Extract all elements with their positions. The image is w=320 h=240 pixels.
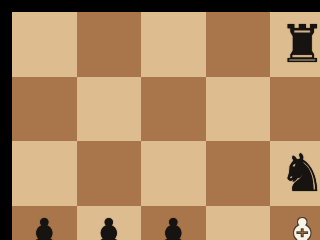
square-a6[interactable] xyxy=(12,141,77,206)
square-e7[interactable] xyxy=(270,77,320,142)
square-c7[interactable] xyxy=(141,77,206,142)
square-d8[interactable] xyxy=(206,12,271,77)
square-e5[interactable]: ♝ xyxy=(270,206,320,240)
black-pawn-c5[interactable]: ♟ xyxy=(150,212,197,240)
square-d5[interactable] xyxy=(206,206,271,240)
white-bishop-e5[interactable]: ♝ xyxy=(279,212,320,240)
square-a5[interactable]: ♟ xyxy=(12,206,77,240)
square-e8[interactable]: ♜ xyxy=(270,12,320,77)
square-d6[interactable] xyxy=(206,141,271,206)
app-window: ♜♚♜♟♞♟♟♟♝♟♟♟♝♟♟♜♜♚ BestGoodBookInaccurac… xyxy=(0,0,320,240)
square-c8[interactable] xyxy=(141,12,206,77)
square-c6[interactable] xyxy=(141,141,206,206)
square-b5[interactable]: ♟ xyxy=(77,206,142,240)
square-e6[interactable]: ♞ xyxy=(270,141,320,206)
black-rook-e8[interactable]: ♜ xyxy=(279,18,320,70)
black-pawn-b5[interactable]: ♟ xyxy=(85,212,132,240)
chess-board[interactable]: ♜♚♜♟♞♟♟♟♝♟♟♟♝♟♟♜♜♚ xyxy=(12,12,320,240)
square-c5[interactable]: ♟ xyxy=(141,206,206,240)
black-pawn-a5[interactable]: ♟ xyxy=(21,212,68,240)
square-b8[interactable] xyxy=(77,12,142,77)
black-knight-e6[interactable]: ♞ xyxy=(279,147,320,199)
square-a7[interactable] xyxy=(12,77,77,142)
square-b6[interactable] xyxy=(77,141,142,206)
square-b7[interactable] xyxy=(77,77,142,142)
square-a8[interactable] xyxy=(12,12,77,77)
square-d7[interactable] xyxy=(206,77,271,142)
